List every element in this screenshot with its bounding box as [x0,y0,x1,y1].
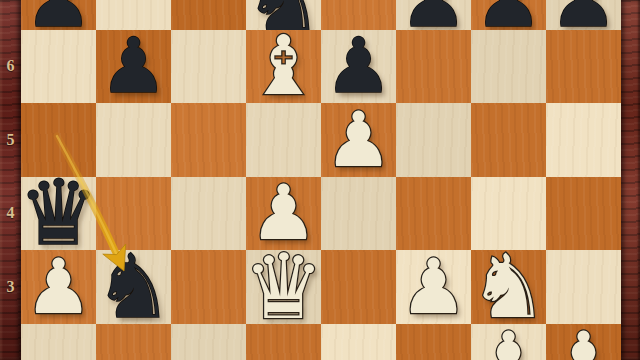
piece-white-pawn-h2[interactable]: ♟ [549,322,617,360]
rank-label-5: 5 [0,129,21,151]
square-c4[interactable] [171,177,246,251]
square-h7[interactable]: ♟ [546,0,621,30]
square-a2[interactable] [21,324,96,360]
square-h4[interactable] [546,177,621,251]
square-f6[interactable] [396,30,471,104]
square-f4[interactable] [396,177,471,251]
chessboard-stage: ♟♞♟♟♟♟♝♟♟♛♟♟♞♛♟♞♟♟ 6543 [0,0,640,360]
square-f3[interactable]: ♟ [396,250,471,324]
square-h6[interactable] [546,30,621,104]
piece-white-queen-d3[interactable]: ♛ [243,242,324,332]
piece-white-bishop-d6[interactable]: ♝ [247,25,321,107]
square-d2[interactable] [246,324,321,360]
rank-label-4: 4 [0,202,21,224]
square-g6[interactable] [471,30,546,104]
square-c5[interactable] [171,103,246,177]
square-g3[interactable]: ♞ [471,250,546,324]
piece-white-pawn-f3[interactable]: ♟ [399,249,467,325]
square-a4[interactable]: ♛ [21,177,96,251]
square-e2[interactable] [321,324,396,360]
square-e3[interactable] [321,250,396,324]
square-d5[interactable] [246,103,321,177]
square-f2[interactable] [396,324,471,360]
square-h3[interactable] [546,250,621,324]
square-d6[interactable]: ♝ [246,30,321,104]
square-a6[interactable] [21,30,96,104]
square-h5[interactable] [546,103,621,177]
square-c3[interactable] [171,250,246,324]
square-g2[interactable]: ♟ [471,324,546,360]
square-g7[interactable]: ♟ [471,0,546,30]
square-a7[interactable]: ♟ [21,0,96,30]
square-e6[interactable]: ♟ [321,30,396,104]
piece-white-pawn-a3[interactable]: ♟ [24,249,92,325]
piece-black-pawn-b6[interactable]: ♟ [99,28,167,104]
board-right-frame [621,0,640,360]
square-d3[interactable]: ♛ [246,250,321,324]
square-g5[interactable] [471,103,546,177]
board-left-frame: 6543 [0,0,21,360]
rank-label-3: 3 [0,276,21,298]
square-c6[interactable] [171,30,246,104]
piece-black-knight-b3[interactable]: ♞ [94,243,173,331]
square-b3[interactable]: ♞ [96,250,171,324]
square-b5[interactable] [96,103,171,177]
piece-white-pawn-g2[interactable]: ♟ [474,322,542,360]
square-e5[interactable]: ♟ [321,103,396,177]
square-h2[interactable]: ♟ [546,324,621,360]
square-b6[interactable]: ♟ [96,30,171,104]
square-e4[interactable] [321,177,396,251]
square-f7[interactable]: ♟ [396,0,471,30]
piece-white-pawn-e5[interactable]: ♟ [324,102,392,178]
square-b2[interactable] [96,324,171,360]
square-f5[interactable] [396,103,471,177]
chess-board: ♟♞♟♟♟♟♝♟♟♛♟♟♞♛♟♞♟♟ [21,0,621,360]
piece-black-pawn-e6[interactable]: ♟ [324,28,392,104]
square-a3[interactable]: ♟ [21,250,96,324]
square-c7[interactable] [171,0,246,30]
rank-label-6: 6 [0,55,21,77]
square-c2[interactable] [171,324,246,360]
